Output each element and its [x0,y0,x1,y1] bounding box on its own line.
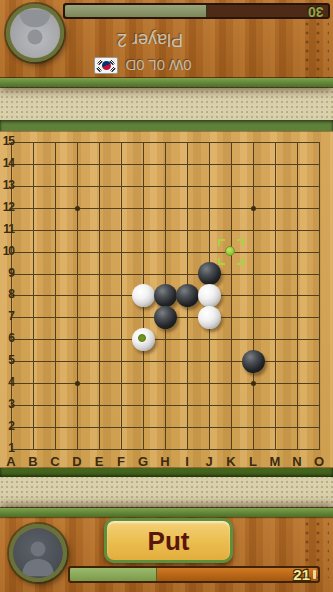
gomoku-game-screen: 30 Player 2 0W 0L 0D 1514131211109876543… [0,0,333,592]
opponent-timer-fill [65,5,207,17]
opponent-name: Player 2 [88,26,212,54]
opponent-record-row: 0W 0L 0D [74,53,212,79]
put-button[interactable]: Put [104,518,233,563]
board[interactable] [0,131,333,468]
opponent-avatar-image [10,8,60,58]
panel-edge-strip [0,508,333,517]
board-frame [0,120,333,477]
person-silhouette-icon [12,8,58,52]
south-korea-flag-icon [94,58,118,75]
opponent-timer-bar: 30 [63,3,330,19]
player-timer-fill [70,568,157,581]
person-silhouette-icon [15,534,61,578]
player-avatar [9,524,67,582]
opponent-avatar [6,4,64,62]
decorative-screws [305,22,329,78]
player-panel: Put 21 [0,508,333,592]
opponent-panel: 30 Player 2 0W 0L 0D [0,0,333,87]
player-timer-bar: 21 [68,566,320,583]
player-avatar-image [13,528,63,578]
opponent-record: 0W 0L 0D [125,58,191,75]
panel-edge-strip [0,78,333,87]
opponent-timer-value: 30 [308,4,324,19]
decorative-screws [305,522,329,578]
